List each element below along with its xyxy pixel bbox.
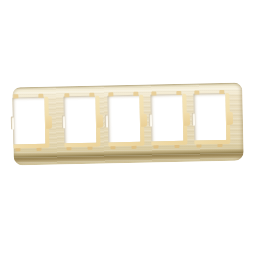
mounting-notch-bottom-left (15, 148, 20, 152)
mounting-notch-bottom-right (87, 146, 92, 150)
mounting-notch-bottom-left (66, 147, 71, 151)
mounting-notch-right-middle (227, 112, 233, 125)
mounting-notch-top-left (151, 91, 156, 95)
mounting-notch-right-middle (46, 116, 52, 129)
frame-window-gang-4 (193, 93, 230, 145)
mounting-notch-right-middle (184, 113, 190, 126)
mounting-notch-bottom-left (153, 145, 158, 149)
mounting-notch-right-middle (140, 114, 146, 127)
mounting-notch-bottom-left (110, 146, 115, 150)
mounting-notch-right-middle (97, 115, 103, 128)
mounting-notch-left-middle (61, 115, 64, 128)
five-gang-frame (12, 83, 244, 166)
mounting-notch-left-middle (10, 116, 13, 129)
mounting-notch-top-left (194, 90, 199, 94)
mounting-notch-left-middle (105, 114, 108, 127)
mounting-notch-bottom-right (174, 144, 179, 148)
mounting-notch-bottom-right (36, 147, 41, 151)
mounting-notch-bottom-left (196, 144, 201, 148)
mounting-notch-top-right (38, 94, 43, 98)
photo-background (0, 0, 255, 255)
window-cutout (107, 95, 140, 143)
mounting-notch-top-right (89, 93, 94, 97)
frame-window-gang-5 (12, 97, 49, 149)
mounting-notch-left-middle (191, 113, 194, 126)
mounting-notch-top-right (176, 91, 181, 95)
mounting-notch-top-left (108, 92, 113, 96)
mounting-notch-top-left (64, 93, 69, 97)
mounting-notch-bottom-right (131, 145, 136, 149)
mounting-notch-top-right (219, 90, 224, 94)
mounting-notch-top-left (13, 94, 18, 98)
frame-window-gang-1 (63, 96, 100, 148)
window-cutout (63, 96, 96, 144)
frame-window-gang-3 (150, 94, 187, 146)
window-cutout (150, 94, 183, 142)
mounting-notch-left-middle (148, 114, 151, 127)
frame-window-gang-2 (107, 95, 144, 147)
window-cutout (12, 97, 45, 145)
mounting-notch-top-right (133, 92, 138, 96)
window-cutout (193, 93, 226, 141)
mounting-notch-bottom-right (217, 144, 222, 148)
